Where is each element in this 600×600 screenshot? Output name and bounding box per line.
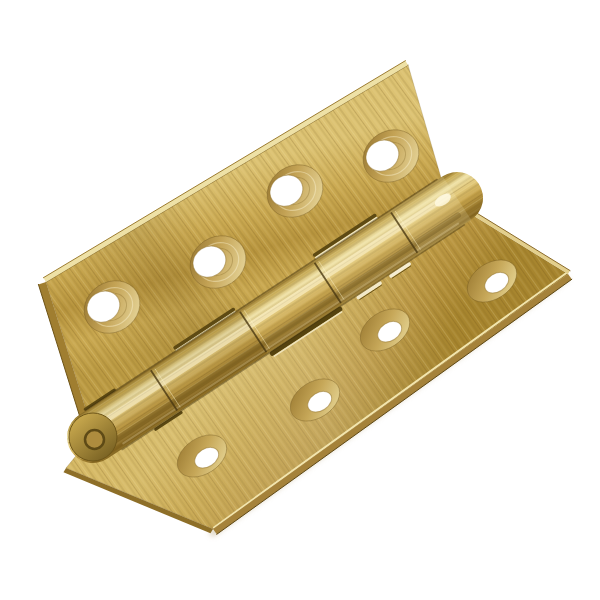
- hinge-pin-end: [85, 430, 104, 449]
- hinge-illustration: [0, 0, 600, 600]
- product-photo-brass-butt-hinge: [0, 0, 600, 600]
